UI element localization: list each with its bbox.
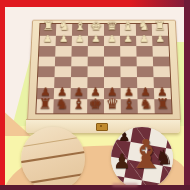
square-a3 (152, 46, 169, 56)
wood-grain-line (21, 135, 85, 148)
piece-dark-knight: ♞ (139, 97, 153, 111)
square-c3 (120, 46, 136, 56)
piece-dark-king: ♚ (89, 97, 102, 111)
square-d8: ♛ (104, 99, 121, 113)
square-g3 (55, 46, 71, 56)
square-e4 (88, 56, 104, 66)
piece-white-king: ♚ (90, 20, 102, 32)
piece-dark-bishop: ♝ (122, 97, 136, 111)
piece-white-pawn: ♟ (91, 34, 100, 43)
piece-white-bishop: ♝ (74, 20, 86, 32)
square-a8: ♜ (154, 99, 171, 113)
square-c4 (120, 56, 137, 66)
square-c5 (120, 67, 137, 78)
square-d5 (104, 67, 121, 78)
watermark-smudge (112, 183, 138, 187)
piece-white-pawn: ♟ (155, 34, 165, 43)
square-d3 (104, 46, 120, 56)
piece-white-pawn: ♟ (123, 34, 132, 43)
piece-white-rook: ♜ (154, 20, 166, 32)
square-h3 (39, 46, 56, 56)
square-f3 (71, 46, 87, 56)
piece-dark-knight: ♞ (55, 97, 69, 111)
square-f2: ♟ (72, 36, 88, 46)
square-f5 (71, 67, 88, 78)
piece-dark-rook: ♜ (156, 97, 170, 111)
piece-white-rook: ♜ (42, 20, 54, 32)
square-h2: ♟ (39, 36, 55, 46)
square-f8: ♝ (70, 99, 87, 113)
inset-pieces-photo: ♟♝♞♟ (111, 127, 173, 189)
square-h4 (38, 56, 55, 66)
piece-dark-rook: ♜ (38, 97, 52, 111)
square-e2: ♟ (88, 36, 104, 46)
square-c8: ♝ (121, 99, 138, 113)
piece-white-pawn: ♟ (139, 34, 149, 43)
square-d2: ♟ (104, 36, 120, 46)
inset-wood-grain-photo (21, 127, 85, 190)
wood-groove (21, 150, 85, 164)
piece-dark-bishop: ♝ (72, 97, 86, 111)
square-b5 (137, 67, 154, 78)
brass-clasp (96, 123, 108, 131)
piece-white-knight: ♞ (138, 20, 150, 32)
piece-white-knight: ♞ (58, 20, 70, 32)
product-photo-chess-set: ♜♞♝♚♛♝♞♜♟♟♟♟♟♟♟♟♟♟♟♟♟♟♟♟♜♞♝♚♛♝♞♜ ♟♝♞♟ (0, 0, 190, 190)
poster-border-left (0, 0, 5, 190)
square-a2: ♟ (152, 36, 168, 46)
square-g4 (55, 56, 72, 66)
square-b4 (137, 56, 154, 66)
square-h5 (38, 67, 55, 78)
piece-dark-queen: ♛ (106, 97, 119, 111)
poster-border-bottom (0, 185, 190, 190)
poster-border-top (0, 0, 190, 7)
piece-white-queen: ♛ (106, 20, 118, 32)
square-g2: ♟ (56, 36, 72, 46)
piece-white-pawn: ♟ (59, 34, 69, 43)
square-c2: ♟ (120, 36, 136, 46)
square-g8: ♞ (53, 99, 70, 113)
rank-4 (38, 56, 169, 66)
square-b8: ♞ (138, 99, 155, 113)
square-b2: ♟ (136, 36, 152, 46)
piece-white-pawn: ♟ (43, 34, 53, 43)
poster-border-right (184, 0, 190, 190)
square-h8: ♜ (36, 99, 53, 113)
square-a4 (153, 56, 170, 66)
rank-2: ♟♟♟♟♟♟♟♟ (39, 36, 168, 46)
square-e3 (88, 46, 104, 56)
chess-board-grid: ♜♞♝♚♛♝♞♜♟♟♟♟♟♟♟♟♟♟♟♟♟♟♟♟♜♞♝♚♛♝♞♜ (35, 23, 172, 114)
square-b3 (136, 46, 152, 56)
square-a5 (153, 67, 170, 78)
square-d4 (104, 56, 120, 66)
inset-piece-dark-knight: ♞ (155, 147, 173, 167)
chess-board: ♜♞♝♚♛♝♞♜♟♟♟♟♟♟♟♟♟♟♟♟♟♟♟♟♜♞♝♚♛♝♞♜ (27, 20, 181, 121)
square-e8: ♚ (87, 99, 104, 113)
rank-3 (39, 46, 169, 56)
piece-white-pawn: ♟ (75, 34, 84, 43)
piece-white-bishop: ♝ (122, 20, 134, 32)
square-e5 (87, 67, 104, 78)
rank-8: ♜♞♝♚♛♝♞♜ (36, 99, 171, 113)
rank-5 (38, 67, 170, 78)
square-g5 (54, 67, 71, 78)
square-f4 (71, 56, 88, 66)
piece-white-pawn: ♟ (107, 34, 116, 43)
